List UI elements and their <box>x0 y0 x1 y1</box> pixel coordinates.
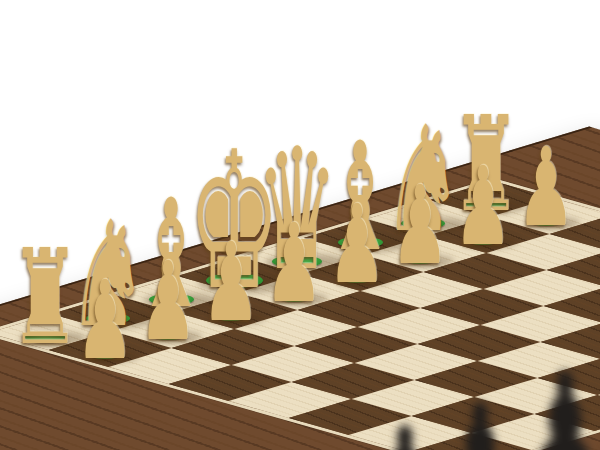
chess-piece-glyph: ♜ <box>9 231 80 363</box>
chess-piece-glyph: ♟ <box>202 229 260 338</box>
chess-photo-scene: ♜♞♝♚♛♝♞♜♟♟♟♟♟♟♟♟♟♟♟♟ <box>0 0 600 450</box>
chess-piece-glyph: ♟ <box>139 248 197 357</box>
chess-piece-glyph: ♟ <box>391 172 449 281</box>
chess-piece-glyph: ♟ <box>328 191 386 300</box>
chess-piece-glyph: ♟ <box>365 408 446 450</box>
chess-piece-glyph: ♟ <box>517 134 575 243</box>
chess-piece-glyph: ♟ <box>441 385 520 450</box>
chess-piece-glyph: ♟ <box>265 210 323 319</box>
chess-piece-glyph: ♟ <box>520 352 600 450</box>
chess-piece-glyph: ♟ <box>76 267 134 376</box>
chess-piece-glyph: ♟ <box>454 153 512 262</box>
chess-pieces-layer: ♜♞♝♚♛♝♞♜♟♟♟♟♟♟♟♟♟♟♟♟ <box>0 0 600 450</box>
